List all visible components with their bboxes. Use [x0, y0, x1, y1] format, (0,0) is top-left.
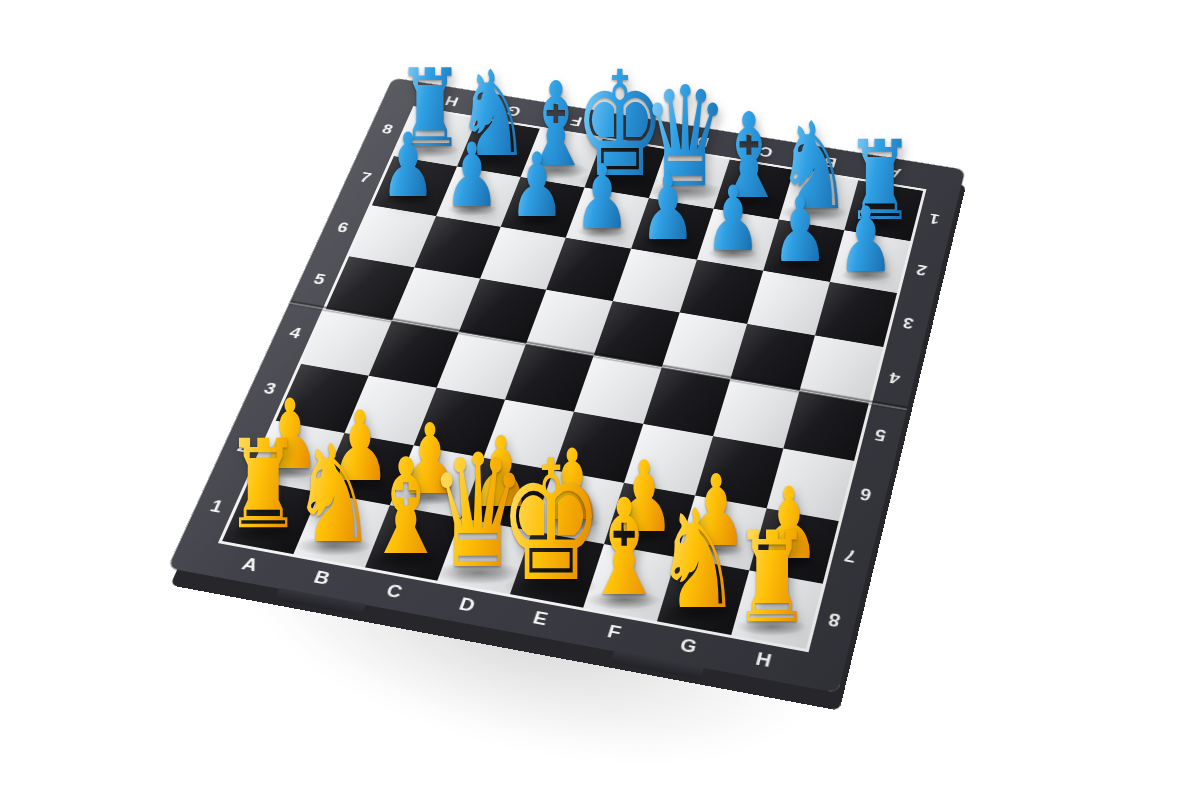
blue-pawn-h7[interactable]: ♟	[838, 196, 895, 286]
blue-pawn-c7[interactable]: ♟	[509, 142, 565, 231]
chess-set-photo: HGFEDCBA ABCDEFGH 87654321 12345678 ♜♞♝♚…	[0, 0, 1200, 800]
blue-pawn-g7[interactable]: ♟	[771, 185, 828, 275]
blue-pawn-e7[interactable]: ♟	[639, 163, 695, 252]
yellow-bishop-f1[interactable]: ♝	[582, 481, 666, 615]
yellow-rook-a1[interactable]: ♜	[225, 425, 302, 547]
blue-pawn-f7[interactable]: ♟	[705, 174, 761, 264]
pieces-layer: ♜♞♝♚♛♝♞♜♟♟♟♟♟♟♟♟♟♟♟♟♟♟♟♟♜♞♝♛♚♝♞♜	[0, 0, 1200, 800]
blue-pawn-d7[interactable]: ♟	[574, 153, 630, 242]
yellow-knight-g1[interactable]: ♞	[655, 492, 741, 629]
blue-pawn-b7[interactable]: ♟	[445, 132, 501, 220]
yellow-rook-h1[interactable]: ♜	[733, 516, 812, 641]
blue-pawn-a7[interactable]: ♟	[380, 121, 436, 209]
